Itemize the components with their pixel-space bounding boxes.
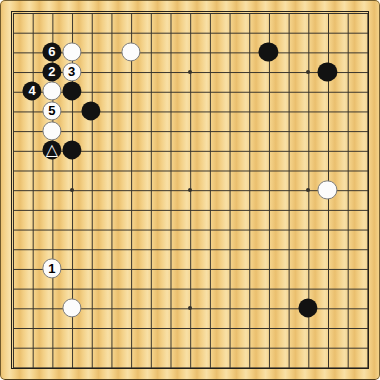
intersection-K2[interactable] <box>180 337 200 357</box>
intersection-H14[interactable] <box>140 101 160 121</box>
intersection-K6[interactable] <box>180 259 200 279</box>
intersection-E7[interactable] <box>81 239 101 259</box>
intersection-J8[interactable] <box>160 219 180 239</box>
intersection-O1[interactable] <box>259 357 279 377</box>
intersection-T10[interactable] <box>357 180 377 200</box>
intersection-S3[interactable] <box>337 318 357 338</box>
intersection-S7[interactable] <box>337 239 357 259</box>
intersection-B1[interactable] <box>22 357 42 377</box>
white-stone-D17[interactable] <box>62 42 81 61</box>
intersection-B16[interactable] <box>22 62 42 82</box>
intersection-R19[interactable] <box>318 3 338 23</box>
intersection-Q9[interactable] <box>298 200 318 220</box>
intersection-C18[interactable] <box>42 22 62 42</box>
intersection-G16[interactable] <box>121 62 141 82</box>
intersection-K3[interactable] <box>180 318 200 338</box>
intersection-Q3[interactable] <box>298 318 318 338</box>
intersection-L1[interactable] <box>200 357 220 377</box>
intersection-O4[interactable] <box>259 298 279 318</box>
intersection-B7[interactable] <box>22 239 42 259</box>
intersection-T6[interactable] <box>357 259 377 279</box>
intersection-L6[interactable] <box>200 259 220 279</box>
intersection-T3[interactable] <box>357 318 377 338</box>
intersection-N17[interactable] <box>239 42 259 62</box>
intersection-J9[interactable] <box>160 200 180 220</box>
white-stone-D4[interactable] <box>62 298 81 317</box>
intersection-O6[interactable] <box>259 259 279 279</box>
intersection-F19[interactable] <box>101 3 121 23</box>
intersection-D9[interactable] <box>62 200 82 220</box>
black-stone-O17[interactable] <box>259 42 278 61</box>
intersection-M12[interactable] <box>219 140 239 160</box>
intersection-L10[interactable] <box>200 180 220 200</box>
intersection-K14[interactable] <box>180 101 200 121</box>
intersection-D14[interactable] <box>62 101 82 121</box>
intersection-D15[interactable] <box>62 81 82 101</box>
intersection-O14[interactable] <box>259 101 279 121</box>
intersection-H19[interactable] <box>140 3 160 23</box>
intersection-J14[interactable] <box>160 101 180 121</box>
intersection-N1[interactable] <box>239 357 259 377</box>
intersection-P2[interactable] <box>278 337 298 357</box>
intersection-L3[interactable] <box>200 318 220 338</box>
intersection-B8[interactable] <box>22 219 42 239</box>
intersection-F2[interactable] <box>101 337 121 357</box>
intersection-K5[interactable] <box>180 278 200 298</box>
intersection-P12[interactable] <box>278 140 298 160</box>
intersection-B10[interactable] <box>22 180 42 200</box>
intersection-K7[interactable] <box>180 239 200 259</box>
intersection-F8[interactable] <box>101 219 121 239</box>
intersection-R15[interactable] <box>318 81 338 101</box>
intersection-F18[interactable] <box>101 22 121 42</box>
intersection-N3[interactable] <box>239 318 259 338</box>
intersection-T5[interactable] <box>357 278 377 298</box>
intersection-B12[interactable] <box>22 140 42 160</box>
intersection-O18[interactable] <box>259 22 279 42</box>
intersection-A1[interactable] <box>3 357 23 377</box>
intersection-A18[interactable] <box>3 22 23 42</box>
intersection-G17[interactable] <box>121 42 141 62</box>
intersection-T17[interactable] <box>357 42 377 62</box>
intersection-K17[interactable] <box>180 42 200 62</box>
intersection-R2[interactable] <box>318 337 338 357</box>
intersection-J10[interactable] <box>160 180 180 200</box>
intersection-S10[interactable] <box>337 180 357 200</box>
white-stone-R10[interactable] <box>318 180 337 199</box>
intersection-G3[interactable] <box>121 318 141 338</box>
intersection-M2[interactable] <box>219 337 239 357</box>
intersection-G15[interactable] <box>121 81 141 101</box>
intersection-N2[interactable] <box>239 337 259 357</box>
intersection-R7[interactable] <box>318 239 338 259</box>
intersection-J11[interactable] <box>160 160 180 180</box>
intersection-N5[interactable] <box>239 278 259 298</box>
intersection-C2[interactable] <box>42 337 62 357</box>
intersection-F15[interactable] <box>101 81 121 101</box>
intersection-L2[interactable] <box>200 337 220 357</box>
intersection-G19[interactable] <box>121 3 141 23</box>
intersection-O13[interactable] <box>259 121 279 141</box>
intersection-P13[interactable] <box>278 121 298 141</box>
intersection-P9[interactable] <box>278 200 298 220</box>
intersection-Q13[interactable] <box>298 121 318 141</box>
intersection-M19[interactable] <box>219 3 239 23</box>
intersection-R17[interactable] <box>318 42 338 62</box>
intersection-M13[interactable] <box>219 121 239 141</box>
intersection-A12[interactable] <box>3 140 23 160</box>
intersection-F10[interactable] <box>101 180 121 200</box>
intersection-E11[interactable] <box>81 160 101 180</box>
intersection-F7[interactable] <box>101 239 121 259</box>
intersection-F6[interactable] <box>101 259 121 279</box>
intersection-P16[interactable] <box>278 62 298 82</box>
intersection-F3[interactable] <box>101 318 121 338</box>
intersection-E5[interactable] <box>81 278 101 298</box>
intersection-G11[interactable] <box>121 160 141 180</box>
intersection-E15[interactable] <box>81 81 101 101</box>
intersection-N6[interactable] <box>239 259 259 279</box>
intersection-H12[interactable] <box>140 140 160 160</box>
intersection-E17[interactable] <box>81 42 101 62</box>
intersection-F14[interactable] <box>101 101 121 121</box>
intersection-K4[interactable] <box>180 298 200 318</box>
intersection-G10[interactable] <box>121 180 141 200</box>
intersection-H5[interactable] <box>140 278 160 298</box>
intersection-P11[interactable] <box>278 160 298 180</box>
intersection-E16[interactable] <box>81 62 101 82</box>
intersection-C6[interactable]: 1 <box>42 259 62 279</box>
intersection-E14[interactable] <box>81 101 101 121</box>
intersection-C5[interactable] <box>42 278 62 298</box>
intersection-K8[interactable] <box>180 219 200 239</box>
intersection-M16[interactable] <box>219 62 239 82</box>
intersection-R6[interactable] <box>318 259 338 279</box>
intersection-B4[interactable] <box>22 298 42 318</box>
intersection-L12[interactable] <box>200 140 220 160</box>
intersection-N10[interactable] <box>239 180 259 200</box>
intersection-H16[interactable] <box>140 62 160 82</box>
intersection-M10[interactable] <box>219 180 239 200</box>
intersection-T4[interactable] <box>357 298 377 318</box>
intersection-R3[interactable] <box>318 318 338 338</box>
intersection-K12[interactable] <box>180 140 200 160</box>
intersection-C12[interactable]: △ <box>42 140 62 160</box>
intersection-E1[interactable] <box>81 357 101 377</box>
intersection-B18[interactable] <box>22 22 42 42</box>
intersection-P3[interactable] <box>278 318 298 338</box>
intersection-P4[interactable] <box>278 298 298 318</box>
intersection-A14[interactable] <box>3 101 23 121</box>
black-stone-C17[interactable]: 6 <box>42 42 61 61</box>
intersection-T11[interactable] <box>357 160 377 180</box>
intersection-E18[interactable] <box>81 22 101 42</box>
intersection-T15[interactable] <box>357 81 377 101</box>
intersection-S9[interactable] <box>337 200 357 220</box>
intersection-T2[interactable] <box>357 337 377 357</box>
intersection-A11[interactable] <box>3 160 23 180</box>
intersection-A19[interactable] <box>3 3 23 23</box>
intersection-D17[interactable] <box>62 42 82 62</box>
intersection-D10[interactable] <box>62 180 82 200</box>
intersection-B19[interactable] <box>22 3 42 23</box>
black-stone-D12[interactable] <box>62 141 81 160</box>
intersection-O2[interactable] <box>259 337 279 357</box>
intersection-A15[interactable] <box>3 81 23 101</box>
intersection-K16[interactable] <box>180 62 200 82</box>
intersection-E8[interactable] <box>81 219 101 239</box>
intersection-S2[interactable] <box>337 337 357 357</box>
intersection-G18[interactable] <box>121 22 141 42</box>
intersection-C7[interactable] <box>42 239 62 259</box>
intersection-D12[interactable] <box>62 140 82 160</box>
intersection-A2[interactable] <box>3 337 23 357</box>
intersection-D2[interactable] <box>62 337 82 357</box>
intersection-B14[interactable] <box>22 101 42 121</box>
intersection-B15[interactable]: 4 <box>22 81 42 101</box>
intersection-M8[interactable] <box>219 219 239 239</box>
intersection-E19[interactable] <box>81 3 101 23</box>
intersection-F4[interactable] <box>101 298 121 318</box>
intersection-H18[interactable] <box>140 22 160 42</box>
intersection-H1[interactable] <box>140 357 160 377</box>
intersection-S6[interactable] <box>337 259 357 279</box>
intersection-M6[interactable] <box>219 259 239 279</box>
intersection-B9[interactable] <box>22 200 42 220</box>
intersection-F16[interactable] <box>101 62 121 82</box>
intersection-K10[interactable] <box>180 180 200 200</box>
intersection-B6[interactable] <box>22 259 42 279</box>
intersection-S11[interactable] <box>337 160 357 180</box>
intersection-S12[interactable] <box>337 140 357 160</box>
intersection-M1[interactable] <box>219 357 239 377</box>
intersection-S18[interactable] <box>337 22 357 42</box>
intersection-S15[interactable] <box>337 81 357 101</box>
intersection-G7[interactable] <box>121 239 141 259</box>
intersection-A8[interactable] <box>3 219 23 239</box>
intersection-R8[interactable] <box>318 219 338 239</box>
intersection-B13[interactable] <box>22 121 42 141</box>
intersection-H4[interactable] <box>140 298 160 318</box>
intersection-A17[interactable] <box>3 42 23 62</box>
intersection-G2[interactable] <box>121 337 141 357</box>
intersection-A9[interactable] <box>3 200 23 220</box>
white-stone-C15[interactable] <box>42 82 61 101</box>
intersection-C11[interactable] <box>42 160 62 180</box>
intersection-T7[interactable] <box>357 239 377 259</box>
intersection-J15[interactable] <box>160 81 180 101</box>
intersection-H7[interactable] <box>140 239 160 259</box>
intersection-J2[interactable] <box>160 337 180 357</box>
intersection-D8[interactable] <box>62 219 82 239</box>
intersection-O19[interactable] <box>259 3 279 23</box>
intersection-H17[interactable] <box>140 42 160 62</box>
intersection-T19[interactable] <box>357 3 377 23</box>
intersection-T12[interactable] <box>357 140 377 160</box>
intersection-N12[interactable] <box>239 140 259 160</box>
intersection-P1[interactable] <box>278 357 298 377</box>
intersection-G6[interactable] <box>121 259 141 279</box>
intersection-R12[interactable] <box>318 140 338 160</box>
intersection-R14[interactable] <box>318 101 338 121</box>
intersection-A3[interactable] <box>3 318 23 338</box>
white-stone-C14[interactable]: 5 <box>42 101 61 120</box>
intersection-L14[interactable] <box>200 101 220 121</box>
intersection-M4[interactable] <box>219 298 239 318</box>
intersection-D18[interactable] <box>62 22 82 42</box>
intersection-C13[interactable] <box>42 121 62 141</box>
intersection-L5[interactable] <box>200 278 220 298</box>
intersection-S13[interactable] <box>337 121 357 141</box>
intersection-S17[interactable] <box>337 42 357 62</box>
intersection-K13[interactable] <box>180 121 200 141</box>
intersection-K15[interactable] <box>180 81 200 101</box>
intersection-J18[interactable] <box>160 22 180 42</box>
white-stone-C13[interactable] <box>42 121 61 140</box>
black-stone-C12[interactable]: △ <box>42 141 61 160</box>
black-stone-B15[interactable]: 4 <box>23 82 42 101</box>
black-stone-D15[interactable] <box>62 82 81 101</box>
intersection-S4[interactable] <box>337 298 357 318</box>
intersection-N15[interactable] <box>239 81 259 101</box>
intersection-Q15[interactable] <box>298 81 318 101</box>
intersection-M14[interactable] <box>219 101 239 121</box>
intersection-F12[interactable] <box>101 140 121 160</box>
intersection-S5[interactable] <box>337 278 357 298</box>
intersection-A4[interactable] <box>3 298 23 318</box>
intersection-R9[interactable] <box>318 200 338 220</box>
intersection-P7[interactable] <box>278 239 298 259</box>
intersection-R16[interactable] <box>318 62 338 82</box>
intersection-A7[interactable] <box>3 239 23 259</box>
intersection-R10[interactable] <box>318 180 338 200</box>
intersection-O5[interactable] <box>259 278 279 298</box>
intersection-B2[interactable] <box>22 337 42 357</box>
intersection-Q12[interactable] <box>298 140 318 160</box>
intersection-D16[interactable]: 3 <box>62 62 82 82</box>
intersection-A5[interactable] <box>3 278 23 298</box>
intersection-B5[interactable] <box>22 278 42 298</box>
intersection-O11[interactable] <box>259 160 279 180</box>
intersection-H2[interactable] <box>140 337 160 357</box>
black-stone-R16[interactable] <box>318 62 337 81</box>
intersection-H15[interactable] <box>140 81 160 101</box>
intersection-L13[interactable] <box>200 121 220 141</box>
intersection-N14[interactable] <box>239 101 259 121</box>
intersection-M11[interactable] <box>219 160 239 180</box>
intersection-O17[interactable] <box>259 42 279 62</box>
intersection-Q16[interactable] <box>298 62 318 82</box>
intersection-D1[interactable] <box>62 357 82 377</box>
intersection-P10[interactable] <box>278 180 298 200</box>
intersection-C14[interactable]: 5 <box>42 101 62 121</box>
intersection-T18[interactable] <box>357 22 377 42</box>
intersection-D3[interactable] <box>62 318 82 338</box>
intersection-C16[interactable]: 2 <box>42 62 62 82</box>
intersection-H6[interactable] <box>140 259 160 279</box>
intersection-H9[interactable] <box>140 200 160 220</box>
intersection-D6[interactable] <box>62 259 82 279</box>
intersection-Q7[interactable] <box>298 239 318 259</box>
intersection-F1[interactable] <box>101 357 121 377</box>
intersection-J5[interactable] <box>160 278 180 298</box>
intersection-O12[interactable] <box>259 140 279 160</box>
intersection-H11[interactable] <box>140 160 160 180</box>
intersection-G8[interactable] <box>121 219 141 239</box>
black-stone-Q4[interactable] <box>298 298 317 317</box>
intersection-M9[interactable] <box>219 200 239 220</box>
intersection-L4[interactable] <box>200 298 220 318</box>
intersection-C15[interactable] <box>42 81 62 101</box>
intersection-G5[interactable] <box>121 278 141 298</box>
intersection-L9[interactable] <box>200 200 220 220</box>
intersection-P5[interactable] <box>278 278 298 298</box>
intersection-C17[interactable]: 6 <box>42 42 62 62</box>
intersection-P8[interactable] <box>278 219 298 239</box>
intersection-F11[interactable] <box>101 160 121 180</box>
intersection-Q1[interactable] <box>298 357 318 377</box>
intersection-O10[interactable] <box>259 180 279 200</box>
intersection-G14[interactable] <box>121 101 141 121</box>
intersection-T9[interactable] <box>357 200 377 220</box>
intersection-Q10[interactable] <box>298 180 318 200</box>
intersection-N8[interactable] <box>239 219 259 239</box>
intersection-B11[interactable] <box>22 160 42 180</box>
intersection-T8[interactable] <box>357 219 377 239</box>
intersection-G12[interactable] <box>121 140 141 160</box>
intersection-A13[interactable] <box>3 121 23 141</box>
intersection-D13[interactable] <box>62 121 82 141</box>
intersection-K1[interactable] <box>180 357 200 377</box>
intersection-E3[interactable] <box>81 318 101 338</box>
intersection-T16[interactable] <box>357 62 377 82</box>
intersection-H10[interactable] <box>140 180 160 200</box>
intersection-D19[interactable] <box>62 3 82 23</box>
intersection-N19[interactable] <box>239 3 259 23</box>
intersection-Q11[interactable] <box>298 160 318 180</box>
intersection-G13[interactable] <box>121 121 141 141</box>
intersection-M7[interactable] <box>219 239 239 259</box>
intersection-T1[interactable] <box>357 357 377 377</box>
intersection-N7[interactable] <box>239 239 259 259</box>
intersection-S16[interactable] <box>337 62 357 82</box>
intersection-K18[interactable] <box>180 22 200 42</box>
intersection-E2[interactable] <box>81 337 101 357</box>
intersection-L11[interactable] <box>200 160 220 180</box>
intersection-T14[interactable] <box>357 101 377 121</box>
intersection-Q14[interactable] <box>298 101 318 121</box>
intersection-Q8[interactable] <box>298 219 318 239</box>
intersection-B3[interactable] <box>22 318 42 338</box>
intersection-A16[interactable] <box>3 62 23 82</box>
intersection-C4[interactable] <box>42 298 62 318</box>
intersection-Q19[interactable] <box>298 3 318 23</box>
intersection-S1[interactable] <box>337 357 357 377</box>
black-stone-E14[interactable] <box>82 101 101 120</box>
intersection-J19[interactable] <box>160 3 180 23</box>
intersection-N16[interactable] <box>239 62 259 82</box>
intersection-O7[interactable] <box>259 239 279 259</box>
intersection-F13[interactable] <box>101 121 121 141</box>
intersection-E6[interactable] <box>81 259 101 279</box>
intersection-E10[interactable] <box>81 180 101 200</box>
intersection-M18[interactable] <box>219 22 239 42</box>
intersection-P18[interactable] <box>278 22 298 42</box>
intersection-D4[interactable] <box>62 298 82 318</box>
intersection-Q6[interactable] <box>298 259 318 279</box>
intersection-E4[interactable] <box>81 298 101 318</box>
intersection-D5[interactable] <box>62 278 82 298</box>
